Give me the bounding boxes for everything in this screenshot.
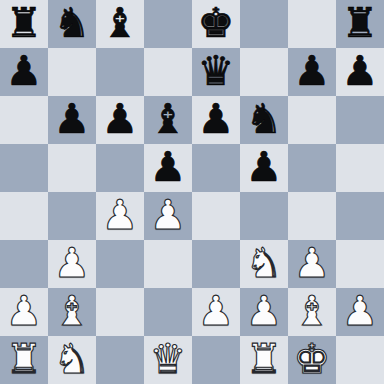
piece-white-king[interactable]: ♚ bbox=[294, 335, 331, 383]
square-g3[interactable]: ♟ bbox=[288, 240, 336, 288]
square-e2[interactable]: ♟ bbox=[192, 288, 240, 336]
square-d8[interactable] bbox=[144, 0, 192, 48]
piece-black-bishop[interactable]: ♝ bbox=[102, 0, 139, 47]
square-a7[interactable]: ♟ bbox=[0, 48, 48, 96]
square-b3[interactable]: ♟ bbox=[48, 240, 96, 288]
square-c7[interactable] bbox=[96, 48, 144, 96]
square-e4[interactable] bbox=[192, 192, 240, 240]
square-a2[interactable]: ♟ bbox=[0, 288, 48, 336]
piece-white-pawn[interactable]: ♟ bbox=[294, 239, 331, 287]
piece-black-pawn[interactable]: ♟ bbox=[150, 143, 187, 191]
piece-white-pawn[interactable]: ♟ bbox=[6, 287, 43, 335]
piece-black-pawn[interactable]: ♟ bbox=[198, 95, 235, 143]
piece-white-bishop[interactable]: ♝ bbox=[54, 287, 91, 335]
square-b2[interactable]: ♝ bbox=[48, 288, 96, 336]
piece-white-pawn[interactable]: ♟ bbox=[246, 287, 283, 335]
square-e5[interactable] bbox=[192, 144, 240, 192]
square-a3[interactable] bbox=[0, 240, 48, 288]
piece-black-knight[interactable]: ♞ bbox=[246, 95, 283, 143]
chess-board: ♜♞♝♚♜♟♛♟♟♟♟♝♟♞♟♟♟♟♟♞♟♟♝♟♟♝♟♜♞♛♜♚ bbox=[0, 0, 384, 384]
square-f5[interactable]: ♟ bbox=[240, 144, 288, 192]
piece-black-rook[interactable]: ♜ bbox=[6, 0, 43, 47]
piece-white-pawn[interactable]: ♟ bbox=[102, 191, 139, 239]
piece-white-pawn[interactable]: ♟ bbox=[342, 287, 379, 335]
square-f6[interactable]: ♞ bbox=[240, 96, 288, 144]
square-e6[interactable]: ♟ bbox=[192, 96, 240, 144]
piece-black-pawn[interactable]: ♟ bbox=[294, 47, 331, 95]
square-c3[interactable] bbox=[96, 240, 144, 288]
square-h2[interactable]: ♟ bbox=[336, 288, 384, 336]
piece-white-pawn[interactable]: ♟ bbox=[198, 287, 235, 335]
square-d1[interactable]: ♛ bbox=[144, 336, 192, 384]
square-c8[interactable]: ♝ bbox=[96, 0, 144, 48]
square-e8[interactable]: ♚ bbox=[192, 0, 240, 48]
square-c4[interactable]: ♟ bbox=[96, 192, 144, 240]
square-g1[interactable]: ♚ bbox=[288, 336, 336, 384]
square-f7[interactable] bbox=[240, 48, 288, 96]
piece-white-pawn[interactable]: ♟ bbox=[150, 191, 187, 239]
square-h4[interactable] bbox=[336, 192, 384, 240]
piece-black-queen[interactable]: ♛ bbox=[198, 47, 235, 95]
piece-black-rook[interactable]: ♜ bbox=[342, 0, 379, 47]
square-e1[interactable] bbox=[192, 336, 240, 384]
square-g8[interactable] bbox=[288, 0, 336, 48]
square-b4[interactable] bbox=[48, 192, 96, 240]
square-c1[interactable] bbox=[96, 336, 144, 384]
square-b5[interactable] bbox=[48, 144, 96, 192]
square-a4[interactable] bbox=[0, 192, 48, 240]
piece-white-pawn[interactable]: ♟ bbox=[54, 239, 91, 287]
piece-black-pawn[interactable]: ♟ bbox=[102, 95, 139, 143]
square-g5[interactable] bbox=[288, 144, 336, 192]
square-f8[interactable] bbox=[240, 0, 288, 48]
square-d6[interactable]: ♝ bbox=[144, 96, 192, 144]
square-h6[interactable] bbox=[336, 96, 384, 144]
square-c2[interactable] bbox=[96, 288, 144, 336]
square-h8[interactable]: ♜ bbox=[336, 0, 384, 48]
square-a1[interactable]: ♜ bbox=[0, 336, 48, 384]
square-g4[interactable] bbox=[288, 192, 336, 240]
square-b6[interactable]: ♟ bbox=[48, 96, 96, 144]
square-a6[interactable] bbox=[0, 96, 48, 144]
square-e3[interactable] bbox=[192, 240, 240, 288]
square-b1[interactable]: ♞ bbox=[48, 336, 96, 384]
square-h3[interactable] bbox=[336, 240, 384, 288]
square-d7[interactable] bbox=[144, 48, 192, 96]
piece-white-knight[interactable]: ♞ bbox=[54, 335, 91, 383]
piece-black-bishop[interactable]: ♝ bbox=[150, 95, 187, 143]
piece-black-pawn[interactable]: ♟ bbox=[246, 143, 283, 191]
piece-black-king[interactable]: ♚ bbox=[198, 0, 235, 47]
piece-black-pawn[interactable]: ♟ bbox=[6, 47, 43, 95]
square-h5[interactable] bbox=[336, 144, 384, 192]
square-g2[interactable]: ♝ bbox=[288, 288, 336, 336]
square-d3[interactable] bbox=[144, 240, 192, 288]
piece-black-pawn[interactable]: ♟ bbox=[342, 47, 379, 95]
square-e7[interactable]: ♛ bbox=[192, 48, 240, 96]
square-c6[interactable]: ♟ bbox=[96, 96, 144, 144]
square-b8[interactable]: ♞ bbox=[48, 0, 96, 48]
square-a8[interactable]: ♜ bbox=[0, 0, 48, 48]
square-f2[interactable]: ♟ bbox=[240, 288, 288, 336]
square-g7[interactable]: ♟ bbox=[288, 48, 336, 96]
square-c5[interactable] bbox=[96, 144, 144, 192]
square-f1[interactable]: ♜ bbox=[240, 336, 288, 384]
square-a5[interactable] bbox=[0, 144, 48, 192]
square-d2[interactable] bbox=[144, 288, 192, 336]
square-d5[interactable]: ♟ bbox=[144, 144, 192, 192]
square-h1[interactable] bbox=[336, 336, 384, 384]
piece-white-rook[interactable]: ♜ bbox=[246, 335, 283, 383]
piece-white-queen[interactable]: ♛ bbox=[150, 335, 187, 383]
piece-white-bishop[interactable]: ♝ bbox=[294, 287, 331, 335]
square-b7[interactable] bbox=[48, 48, 96, 96]
piece-black-knight[interactable]: ♞ bbox=[54, 0, 91, 47]
square-f4[interactable] bbox=[240, 192, 288, 240]
square-d4[interactable]: ♟ bbox=[144, 192, 192, 240]
piece-white-knight[interactable]: ♞ bbox=[246, 239, 283, 287]
piece-white-rook[interactable]: ♜ bbox=[6, 335, 43, 383]
piece-black-pawn[interactable]: ♟ bbox=[54, 95, 91, 143]
square-g6[interactable] bbox=[288, 96, 336, 144]
square-f3[interactable]: ♞ bbox=[240, 240, 288, 288]
square-h7[interactable]: ♟ bbox=[336, 48, 384, 96]
